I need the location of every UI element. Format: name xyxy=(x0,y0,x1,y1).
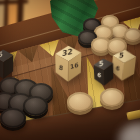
die-value: 5 xyxy=(99,60,104,68)
die-dark-left: 5 6 xyxy=(0,49,14,79)
backgammon-set-photo: 5 6 32 8 16 5 6 5 6 xyxy=(0,0,140,140)
doubling-cube: 32 8 16 xyxy=(54,45,83,82)
checker-light xyxy=(124,28,140,42)
die-value: 6 xyxy=(115,65,120,72)
die-dark-centre: 5 6 xyxy=(93,58,115,87)
doubling-cube-value: 8 xyxy=(59,65,64,72)
die-value: 5 xyxy=(0,52,3,60)
doubling-cube-value: 32 xyxy=(62,48,73,58)
die-value: 5 xyxy=(118,52,124,60)
checker-light xyxy=(67,92,93,112)
die-value: 6 xyxy=(97,73,101,80)
checker-light xyxy=(100,88,124,107)
foreground-blur xyxy=(103,110,140,140)
doubling-cube-value: 16 xyxy=(70,62,79,71)
checker-dark xyxy=(0,108,26,128)
checker-dark xyxy=(23,96,48,116)
